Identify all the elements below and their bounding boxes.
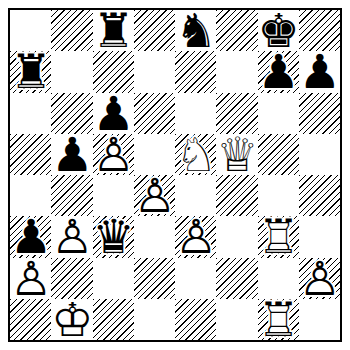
white-pawn[interactable]: ♟♙ [51, 216, 92, 257]
chess-board: ♜♜♞♞♚♚♜♜♟♟♟♟♟♟♟♟♟♙♞♘♛♕♟♙♟♟♟♙♛♛♟♙♜♖♟♙♟♙♚♔… [10, 10, 340, 340]
white-knight-halo: ♞ [175, 134, 216, 175]
white-pawn[interactable]: ♟♙ [134, 175, 175, 216]
black-pawn[interactable]: ♟♟ [258, 51, 299, 92]
black-rook-halo: ♜ [93, 10, 134, 51]
square-d3[interactable] [134, 216, 175, 257]
square-c5[interactable]: ♟♙ [93, 134, 134, 175]
black-pawn-halo: ♟ [258, 51, 299, 92]
square-e8[interactable]: ♞♞ [175, 10, 216, 51]
black-pawn-glyph: ♟ [10, 216, 51, 257]
black-king-halo: ♚ [258, 10, 299, 51]
white-queen[interactable]: ♛♕ [216, 134, 257, 175]
square-e6[interactable] [175, 93, 216, 134]
square-g6[interactable] [258, 93, 299, 134]
square-h6[interactable] [299, 93, 340, 134]
black-king[interactable]: ♚♚ [258, 10, 299, 51]
square-b2[interactable] [51, 258, 92, 299]
square-f3[interactable] [216, 216, 257, 257]
square-d4[interactable]: ♟♙ [134, 175, 175, 216]
square-f6[interactable] [216, 93, 257, 134]
white-pawn-glyph: ♙ [93, 134, 134, 175]
white-pawn[interactable]: ♟♙ [175, 216, 216, 257]
square-g5[interactable] [258, 134, 299, 175]
black-rook[interactable]: ♜♜ [10, 51, 51, 92]
black-pawn[interactable]: ♟♟ [93, 93, 134, 134]
square-f2[interactable] [216, 258, 257, 299]
black-rook-glyph: ♜ [10, 51, 51, 92]
square-d1[interactable] [134, 299, 175, 340]
square-b3[interactable]: ♟♙ [51, 216, 92, 257]
square-d5[interactable] [134, 134, 175, 175]
black-rook-halo: ♜ [10, 51, 51, 92]
square-b8[interactable] [51, 10, 92, 51]
white-pawn-halo: ♟ [299, 258, 340, 299]
square-h4[interactable] [299, 175, 340, 216]
white-pawn-halo: ♟ [134, 175, 175, 216]
square-b1[interactable]: ♚♔ [51, 299, 92, 340]
white-knight-glyph: ♘ [175, 134, 216, 175]
white-king-glyph: ♔ [51, 299, 92, 340]
black-pawn[interactable]: ♟♟ [51, 134, 92, 175]
square-h7[interactable]: ♟♟ [299, 51, 340, 92]
black-pawn-glyph: ♟ [93, 93, 134, 134]
white-rook[interactable]: ♜♖ [258, 216, 299, 257]
square-e4[interactable] [175, 175, 216, 216]
black-knight-halo: ♞ [175, 10, 216, 51]
square-e2[interactable] [175, 258, 216, 299]
black-queen-glyph: ♛ [93, 216, 134, 257]
square-b5[interactable]: ♟♟ [51, 134, 92, 175]
black-queen[interactable]: ♛♛ [93, 216, 134, 257]
square-h5[interactable] [299, 134, 340, 175]
white-pawn-glyph: ♙ [10, 258, 51, 299]
square-g2[interactable] [258, 258, 299, 299]
black-pawn[interactable]: ♟♟ [10, 216, 51, 257]
black-knight[interactable]: ♞♞ [175, 10, 216, 51]
square-c4[interactable] [93, 175, 134, 216]
square-a4[interactable] [10, 175, 51, 216]
square-d7[interactable] [134, 51, 175, 92]
black-queen-halo: ♛ [93, 216, 134, 257]
square-e3[interactable]: ♟♙ [175, 216, 216, 257]
square-e1[interactable] [175, 299, 216, 340]
square-a5[interactable] [10, 134, 51, 175]
square-c7[interactable] [93, 51, 134, 92]
square-g4[interactable] [258, 175, 299, 216]
black-pawn-halo: ♟ [299, 51, 340, 92]
white-pawn[interactable]: ♟♙ [93, 134, 134, 175]
black-pawn-glyph: ♟ [299, 51, 340, 92]
white-knight[interactable]: ♞♘ [175, 134, 216, 175]
white-pawn[interactable]: ♟♙ [299, 258, 340, 299]
square-d2[interactable] [134, 258, 175, 299]
white-queen-glyph: ♕ [216, 134, 257, 175]
white-pawn-halo: ♟ [93, 134, 134, 175]
black-pawn-glyph: ♟ [258, 51, 299, 92]
white-king-halo: ♚ [51, 299, 92, 340]
white-king[interactable]: ♚♔ [51, 299, 92, 340]
white-pawn-halo: ♟ [175, 216, 216, 257]
black-rook[interactable]: ♜♜ [93, 10, 134, 51]
square-f5[interactable]: ♛♕ [216, 134, 257, 175]
square-h1[interactable] [299, 299, 340, 340]
square-b4[interactable] [51, 175, 92, 216]
white-pawn[interactable]: ♟♙ [10, 258, 51, 299]
black-knight-glyph: ♞ [175, 10, 216, 51]
black-rook-glyph: ♜ [93, 10, 134, 51]
square-e7[interactable] [175, 51, 216, 92]
white-pawn-glyph: ♙ [134, 175, 175, 216]
white-pawn-glyph: ♙ [51, 216, 92, 257]
square-a2[interactable]: ♟♙ [10, 258, 51, 299]
square-f4[interactable] [216, 175, 257, 216]
square-b6[interactable] [51, 93, 92, 134]
chess-board-frame: ♜♜♞♞♚♚♜♜♟♟♟♟♟♟♟♟♟♙♞♘♛♕♟♙♟♟♟♙♛♛♟♙♜♖♟♙♟♙♚♔… [8, 8, 342, 342]
square-c2[interactable] [93, 258, 134, 299]
white-rook-halo: ♜ [258, 216, 299, 257]
square-d8[interactable] [134, 10, 175, 51]
white-queen-halo: ♛ [216, 134, 257, 175]
square-g8[interactable]: ♚♚ [258, 10, 299, 51]
square-a7[interactable]: ♜♜ [10, 51, 51, 92]
square-a6[interactable] [10, 93, 51, 134]
square-c6[interactable]: ♟♟ [93, 93, 134, 134]
black-pawn-halo: ♟ [93, 93, 134, 134]
square-f8[interactable] [216, 10, 257, 51]
square-d6[interactable] [134, 93, 175, 134]
square-h8[interactable] [299, 10, 340, 51]
white-rook[interactable]: ♜♖ [258, 299, 299, 340]
white-rook-halo: ♜ [258, 299, 299, 340]
white-pawn-halo: ♟ [51, 216, 92, 257]
white-pawn-glyph: ♙ [175, 216, 216, 257]
white-rook-glyph: ♖ [258, 299, 299, 340]
square-a1[interactable] [10, 299, 51, 340]
black-pawn-halo: ♟ [10, 216, 51, 257]
black-pawn-glyph: ♟ [51, 134, 92, 175]
square-a3[interactable]: ♟♟ [10, 216, 51, 257]
square-h2[interactable]: ♟♙ [299, 258, 340, 299]
white-pawn-halo: ♟ [10, 258, 51, 299]
square-e5[interactable]: ♞♘ [175, 134, 216, 175]
black-pawn-halo: ♟ [51, 134, 92, 175]
square-c3[interactable]: ♛♛ [93, 216, 134, 257]
square-g1[interactable]: ♜♖ [258, 299, 299, 340]
square-c1[interactable] [93, 299, 134, 340]
square-f1[interactable] [216, 299, 257, 340]
square-a8[interactable] [10, 10, 51, 51]
white-pawn-glyph: ♙ [299, 258, 340, 299]
black-king-glyph: ♚ [258, 10, 299, 51]
white-rook-glyph: ♖ [258, 216, 299, 257]
black-pawn[interactable]: ♟♟ [299, 51, 340, 92]
square-g7[interactable]: ♟♟ [258, 51, 299, 92]
square-h3[interactable] [299, 216, 340, 257]
square-b7[interactable] [51, 51, 92, 92]
square-g3[interactable]: ♜♖ [258, 216, 299, 257]
square-c8[interactable]: ♜♜ [93, 10, 134, 51]
square-f7[interactable] [216, 51, 257, 92]
